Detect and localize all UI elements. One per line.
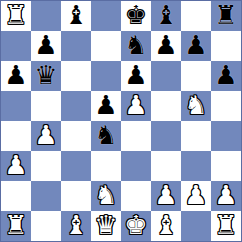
square-f1[interactable]: ♝ <box>151 211 181 241</box>
piece-white-pawn[interactable]: ♟ <box>214 182 237 208</box>
piece-white-bishop[interactable]: ♝ <box>64 212 87 238</box>
piece-white-pawn[interactable]: ♟ <box>4 152 27 178</box>
square-h8[interactable]: ♜ <box>211 1 241 31</box>
piece-black-bishop[interactable]: ♝ <box>64 2 87 28</box>
piece-black-bishop[interactable]: ♝ <box>154 2 177 28</box>
square-d7[interactable] <box>91 31 121 61</box>
square-g5[interactable]: ♞ <box>181 91 211 121</box>
square-f6[interactable] <box>151 61 181 91</box>
square-e6[interactable]: ♟ <box>121 61 151 91</box>
piece-white-rook[interactable]: ♜ <box>4 2 27 28</box>
square-h7[interactable] <box>211 31 241 61</box>
square-c5[interactable] <box>61 91 91 121</box>
square-c4[interactable] <box>61 121 91 151</box>
square-d8[interactable] <box>91 1 121 31</box>
square-a1[interactable]: ♜ <box>1 211 31 241</box>
square-e4[interactable] <box>121 121 151 151</box>
square-g8[interactable] <box>181 1 211 31</box>
square-a2[interactable] <box>1 181 31 211</box>
piece-black-pawn[interactable]: ♟ <box>4 62 27 88</box>
square-b3[interactable] <box>31 151 61 181</box>
piece-black-pawn[interactable]: ♟ <box>154 32 177 58</box>
square-e2[interactable] <box>121 181 151 211</box>
square-h3[interactable] <box>211 151 241 181</box>
square-f7[interactable]: ♟ <box>151 31 181 61</box>
square-c2[interactable] <box>61 181 91 211</box>
piece-white-pawn[interactable]: ♟ <box>154 182 177 208</box>
square-g7[interactable]: ♟ <box>181 31 211 61</box>
piece-black-king[interactable]: ♚ <box>124 2 147 28</box>
square-g2[interactable]: ♟ <box>181 181 211 211</box>
square-c8[interactable]: ♝ <box>61 1 91 31</box>
square-g4[interactable] <box>181 121 211 151</box>
square-h6[interactable]: ♟ <box>211 61 241 91</box>
square-b1[interactable] <box>31 211 61 241</box>
square-h5[interactable] <box>211 91 241 121</box>
piece-white-pawn[interactable]: ♟ <box>34 122 57 148</box>
square-c6[interactable] <box>61 61 91 91</box>
piece-white-king[interactable]: ♚ <box>124 212 147 238</box>
piece-black-rook[interactable]: ♜ <box>214 2 237 28</box>
piece-black-pawn[interactable]: ♟ <box>184 32 207 58</box>
square-g1[interactable] <box>181 211 211 241</box>
square-e5[interactable]: ♟ <box>121 91 151 121</box>
piece-black-knight[interactable]: ♞ <box>94 122 117 148</box>
square-b8[interactable] <box>31 1 61 31</box>
square-e7[interactable]: ♞ <box>121 31 151 61</box>
square-f8[interactable]: ♝ <box>151 1 181 31</box>
square-d4[interactable]: ♞ <box>91 121 121 151</box>
square-f5[interactable] <box>151 91 181 121</box>
piece-black-pawn[interactable]: ♟ <box>94 92 117 118</box>
square-g6[interactable] <box>181 61 211 91</box>
piece-black-queen[interactable]: ♛ <box>34 62 57 88</box>
piece-black-knight[interactable]: ♞ <box>124 32 147 58</box>
piece-white-rook[interactable]: ♜ <box>214 212 237 238</box>
square-d1[interactable]: ♛ <box>91 211 121 241</box>
piece-black-pawn[interactable]: ♟ <box>34 32 57 58</box>
square-f4[interactable] <box>151 121 181 151</box>
square-b4[interactable]: ♟ <box>31 121 61 151</box>
square-b2[interactable] <box>31 181 61 211</box>
square-b5[interactable] <box>31 91 61 121</box>
square-a6[interactable]: ♟ <box>1 61 31 91</box>
chess-board: ♜♝♚♝♜♟♞♟♟♟♛♟♟♟♟♞♟♞♟♞♟♟♟♜♝♛♚♝♜ <box>0 0 242 242</box>
square-c7[interactable] <box>61 31 91 61</box>
piece-black-pawn[interactable]: ♟ <box>124 62 147 88</box>
square-e3[interactable] <box>121 151 151 181</box>
square-c3[interactable] <box>61 151 91 181</box>
square-a8[interactable]: ♜ <box>1 1 31 31</box>
square-a3[interactable]: ♟ <box>1 151 31 181</box>
square-d3[interactable] <box>91 151 121 181</box>
piece-white-queen[interactable]: ♛ <box>94 212 117 238</box>
square-a5[interactable] <box>1 91 31 121</box>
piece-white-knight[interactable]: ♞ <box>94 182 117 208</box>
piece-white-pawn[interactable]: ♟ <box>184 182 207 208</box>
square-b6[interactable]: ♛ <box>31 61 61 91</box>
square-h1[interactable]: ♜ <box>211 211 241 241</box>
square-g3[interactable] <box>181 151 211 181</box>
square-c1[interactable]: ♝ <box>61 211 91 241</box>
square-h2[interactable]: ♟ <box>211 181 241 211</box>
square-e8[interactable]: ♚ <box>121 1 151 31</box>
square-d2[interactable]: ♞ <box>91 181 121 211</box>
square-b7[interactable]: ♟ <box>31 31 61 61</box>
piece-white-knight[interactable]: ♞ <box>184 92 207 118</box>
square-d5[interactable]: ♟ <box>91 91 121 121</box>
piece-white-pawn[interactable]: ♟ <box>124 92 147 118</box>
square-e1[interactable]: ♚ <box>121 211 151 241</box>
square-d6[interactable] <box>91 61 121 91</box>
piece-white-bishop[interactable]: ♝ <box>154 212 177 238</box>
piece-black-pawn[interactable]: ♟ <box>214 62 237 88</box>
square-h4[interactable] <box>211 121 241 151</box>
square-a7[interactable] <box>1 31 31 61</box>
square-a4[interactable] <box>1 121 31 151</box>
piece-white-rook[interactable]: ♜ <box>4 212 27 238</box>
square-f2[interactable]: ♟ <box>151 181 181 211</box>
square-f3[interactable] <box>151 151 181 181</box>
